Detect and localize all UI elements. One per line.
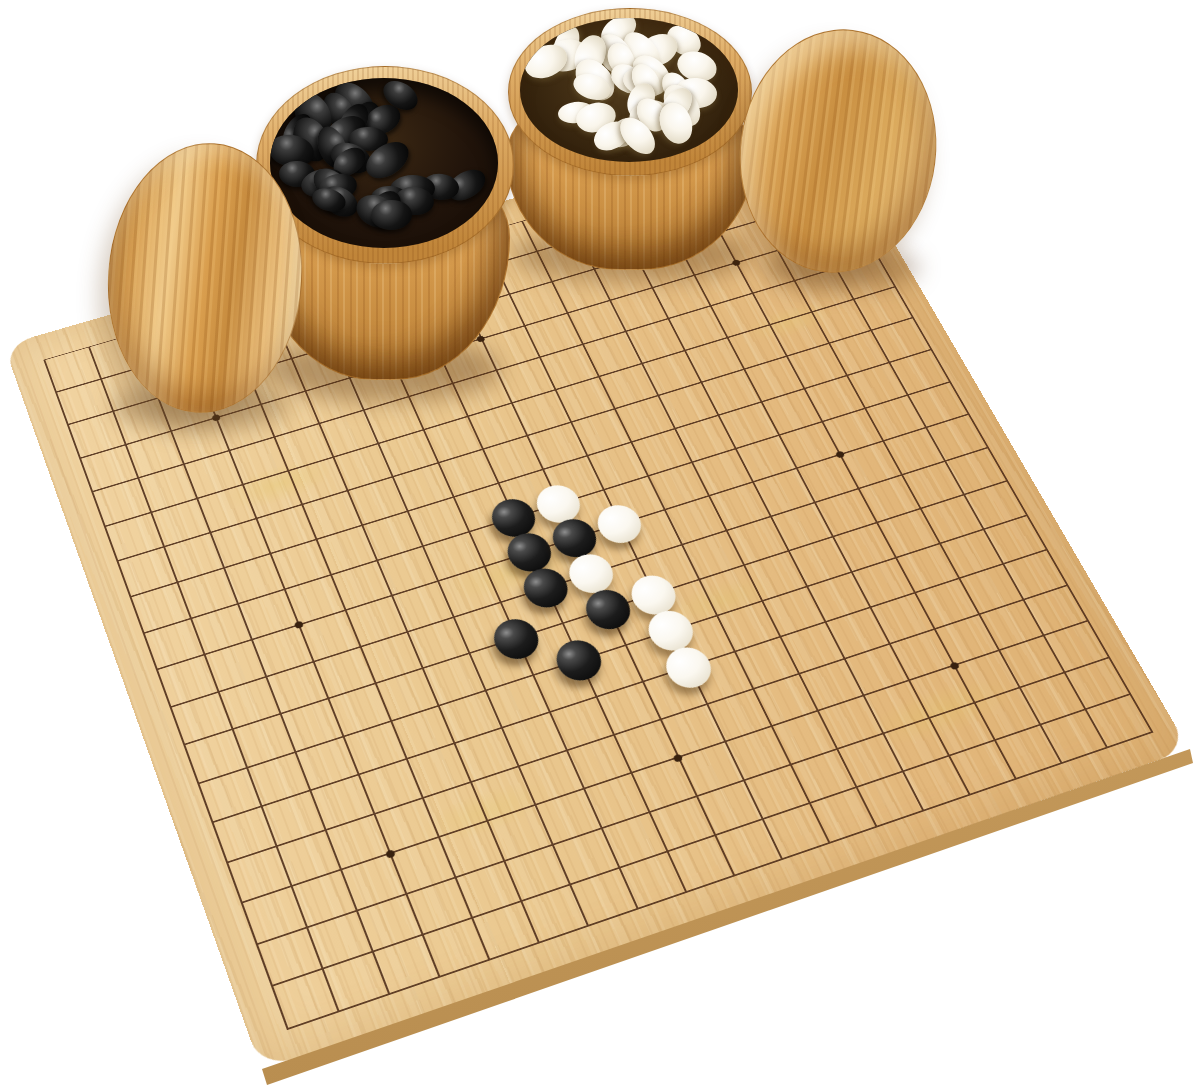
star-point	[293, 621, 304, 630]
black-bowl-stone	[370, 199, 412, 230]
star-point	[672, 753, 683, 762]
star-point	[384, 849, 395, 859]
product-photo-stage	[0, 0, 1200, 1088]
black-bowl-stones	[270, 78, 498, 248]
star-point	[948, 661, 959, 670]
white-bowl-stones	[520, 18, 738, 162]
star-point	[835, 451, 846, 459]
